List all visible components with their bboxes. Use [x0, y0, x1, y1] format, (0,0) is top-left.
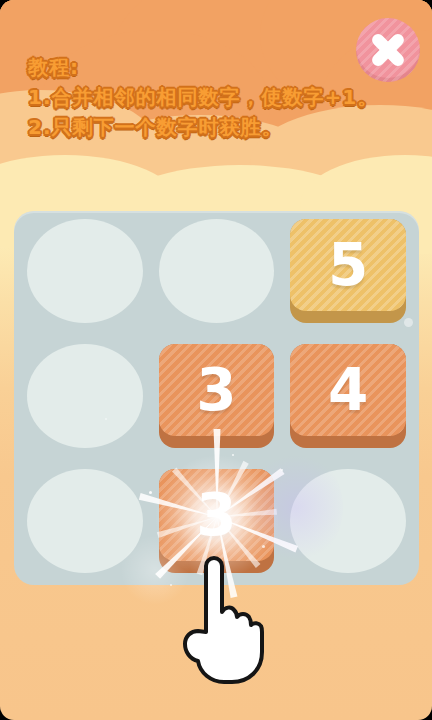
empty-cell-r1c1: [27, 219, 143, 323]
empty-cell-r3c3: [290, 469, 406, 573]
tile-number: 5: [290, 219, 406, 311]
empty-cell-r3c1: [27, 469, 143, 573]
empty-cell-r2c1: [27, 344, 143, 448]
pointing-hand-cursor: [166, 550, 266, 690]
close-button[interactable]: [356, 18, 420, 82]
tile-r2c2-value-3[interactable]: 3: [159, 344, 275, 448]
game-screen: 教程: 1.合并相邻的相同数字，使数字+1。 2.只剩下一个数字时获胜。 5 3…: [0, 0, 432, 720]
game-board: 5 3 4: [14, 211, 419, 585]
tile-number: 3: [159, 469, 275, 561]
tutorial-rule-2: 2.只剩下一个数字时获胜。: [28, 112, 378, 142]
tutorial-panel: 教程: 1.合并相邻的相同数字，使数字+1。 2.只剩下一个数字时获胜。: [28, 52, 378, 142]
tutorial-rule-1: 1.合并相邻的相同数字，使数字+1。: [28, 82, 378, 112]
tile-number: 4: [290, 344, 406, 436]
tile-r2c3-value-4[interactable]: 4: [290, 344, 406, 448]
tutorial-heading: 教程:: [28, 52, 378, 82]
empty-cell-r1c2: [159, 219, 275, 323]
tile-r1c3-value-5[interactable]: 5: [290, 219, 406, 323]
tile-number: 3: [159, 344, 275, 436]
